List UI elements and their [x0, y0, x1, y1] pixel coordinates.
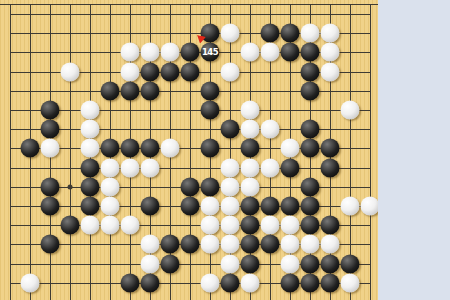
- stone-black: [21, 139, 40, 158]
- stone-black: [321, 158, 340, 177]
- stone-white: [261, 158, 280, 177]
- stone-white: [321, 24, 340, 43]
- stone-black: [181, 177, 200, 196]
- stone-black: [141, 81, 160, 100]
- stone-black: [321, 216, 340, 235]
- stone-white: [241, 43, 260, 62]
- stone-black: [41, 120, 60, 139]
- stone-black: [341, 254, 360, 273]
- stone-black: [161, 235, 180, 254]
- stone-white: [221, 158, 240, 177]
- stone-black: [281, 273, 300, 292]
- stone-black: [121, 81, 140, 100]
- stone-black: [41, 101, 60, 120]
- stone-black: [241, 216, 260, 235]
- stone-black: [241, 197, 260, 216]
- stone-white: [241, 177, 260, 196]
- stone-black: [141, 273, 160, 292]
- stone-white: [61, 62, 80, 81]
- stone-black: [301, 120, 320, 139]
- stone-black: [301, 197, 320, 216]
- stone-white: [241, 273, 260, 292]
- stone-white: [341, 273, 360, 292]
- stone-white: [361, 197, 380, 216]
- stone-black: [241, 139, 260, 158]
- stone-black: [181, 235, 200, 254]
- stone-white: [281, 216, 300, 235]
- stone-black: [301, 273, 320, 292]
- stone-black: [301, 81, 320, 100]
- stone-black: [41, 177, 60, 196]
- stone-white: [141, 43, 160, 62]
- stone-white: [81, 216, 100, 235]
- stone-black: [301, 216, 320, 235]
- stone-white: [341, 101, 360, 120]
- stone-white: [141, 235, 160, 254]
- stone-black: [301, 177, 320, 196]
- stone-black: [241, 254, 260, 273]
- stone-white: [121, 43, 140, 62]
- stone-white: [121, 62, 140, 81]
- stone-black: [121, 273, 140, 292]
- stone-white: [321, 235, 340, 254]
- grid-vline: [70, 4, 71, 300]
- stone-black: [221, 120, 240, 139]
- stone-white: [221, 177, 240, 196]
- stone-white: [261, 120, 280, 139]
- stone-white: [301, 24, 320, 43]
- stone-black: [321, 139, 340, 158]
- stone-white: [201, 216, 220, 235]
- stone-black: [261, 197, 280, 216]
- stone-black: [281, 197, 300, 216]
- stone-white: [221, 197, 240, 216]
- stone-white: [301, 235, 320, 254]
- stone-black: [81, 158, 100, 177]
- stone-black: [41, 197, 60, 216]
- stone-black: [321, 254, 340, 273]
- go-board[interactable]: 145: [0, 0, 378, 300]
- stone-black: [61, 216, 80, 235]
- stone-white: [101, 177, 120, 196]
- stone-white: [261, 43, 280, 62]
- stone-black: [201, 24, 220, 43]
- stone-white: [221, 24, 240, 43]
- stone-black: [141, 139, 160, 158]
- stone-white: [201, 273, 220, 292]
- stone-white: [81, 139, 100, 158]
- stone-black: [261, 235, 280, 254]
- stone-white: [161, 139, 180, 158]
- stone-white: [281, 235, 300, 254]
- stone-white: [161, 43, 180, 62]
- stone-black: [301, 43, 320, 62]
- stone-black: [301, 254, 320, 273]
- stone-white: [81, 120, 100, 139]
- stone-black: [261, 24, 280, 43]
- grid-vline: [370, 4, 371, 300]
- stone-white: [201, 235, 220, 254]
- stone-white: [81, 101, 100, 120]
- stone-black: [101, 81, 120, 100]
- stone-black: [41, 235, 60, 254]
- stone-black: [121, 139, 140, 158]
- stone-white: [221, 62, 240, 81]
- grid-vline: [10, 4, 11, 300]
- stone-white: [121, 216, 140, 235]
- stone-white: [41, 139, 60, 158]
- stone-white: [241, 158, 260, 177]
- stone-white: [261, 216, 280, 235]
- stone-white: [21, 273, 40, 292]
- stone-black: [141, 62, 160, 81]
- stone-black: [141, 197, 160, 216]
- stone-white: [221, 216, 240, 235]
- stone-black: [321, 273, 340, 292]
- stone-white: [281, 254, 300, 273]
- grid-hline: [10, 168, 371, 169]
- stone-white: [221, 254, 240, 273]
- hoshi-point: [68, 184, 73, 189]
- stone-black: [301, 62, 320, 81]
- stone-black: [201, 139, 220, 158]
- stone-black: [281, 24, 300, 43]
- app-window: 145: [0, 0, 450, 300]
- board-frame-line: [0, 4, 378, 5]
- stone-white: [321, 43, 340, 62]
- side-panel-background: [378, 0, 450, 300]
- stone-white: [341, 197, 360, 216]
- stone-black: [101, 139, 120, 158]
- stone-black: [81, 197, 100, 216]
- stone-black: [241, 235, 260, 254]
- stone-white: [241, 120, 260, 139]
- move-number-label: 145: [201, 43, 220, 62]
- stone-white: [141, 158, 160, 177]
- grid-hline: [10, 110, 371, 111]
- stone-black: [181, 43, 200, 62]
- stone-black: [201, 177, 220, 196]
- stone-black: [281, 43, 300, 62]
- stone-white: [101, 216, 120, 235]
- stone-black: [161, 254, 180, 273]
- stone-white: [201, 197, 220, 216]
- stone-white: [221, 235, 240, 254]
- stone-black: [281, 158, 300, 177]
- grid-hline: [10, 14, 371, 15]
- stone-black: [181, 62, 200, 81]
- stone-black: [181, 197, 200, 216]
- stone-black: [201, 101, 220, 120]
- stone-white: [141, 254, 160, 273]
- stone-white: [321, 62, 340, 81]
- stone-white: [121, 158, 140, 177]
- stone-black: [221, 273, 240, 292]
- stone-black: [301, 139, 320, 158]
- stone-white: [101, 158, 120, 177]
- stone-white: [101, 197, 120, 216]
- stone-black: [161, 62, 180, 81]
- stone-black: [81, 177, 100, 196]
- stone-white: [241, 101, 260, 120]
- last-move-stone: 145: [201, 43, 220, 62]
- stone-black: [201, 81, 220, 100]
- stone-white: [281, 139, 300, 158]
